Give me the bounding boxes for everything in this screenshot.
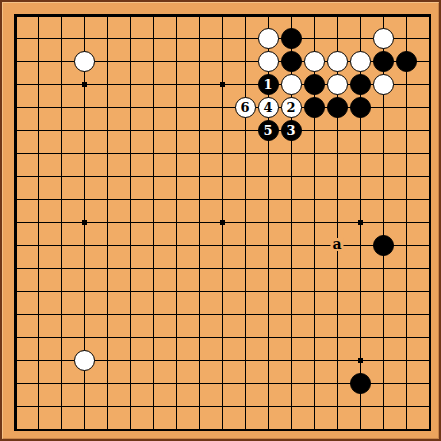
- stones-layer[interactable]: 642153: [4, 4, 441, 441]
- stone-white[interactable]: [258, 51, 279, 72]
- stone-white[interactable]: [373, 74, 394, 95]
- stone-white[interactable]: [327, 51, 348, 72]
- stone-black[interactable]: [281, 28, 302, 49]
- stone-white[interactable]: [327, 74, 348, 95]
- stone-black[interactable]: [350, 74, 371, 95]
- go-board-frame: 642153 a: [0, 0, 441, 441]
- stone-white-move-2[interactable]: 2: [281, 97, 302, 118]
- stone-black-move-1[interactable]: 1: [258, 74, 279, 95]
- stone-black[interactable]: [327, 97, 348, 118]
- stone-white-move-4[interactable]: 4: [258, 97, 279, 118]
- stone-white-move-6[interactable]: 6: [235, 97, 256, 118]
- stone-white[interactable]: [74, 51, 95, 72]
- stone-white[interactable]: [350, 51, 371, 72]
- stone-white[interactable]: [258, 28, 279, 49]
- stone-black[interactable]: [350, 373, 371, 394]
- stone-black[interactable]: [304, 97, 325, 118]
- stone-black[interactable]: [281, 51, 302, 72]
- stone-black-move-3[interactable]: 3: [281, 120, 302, 141]
- stone-white[interactable]: [281, 74, 302, 95]
- stone-white[interactable]: [373, 28, 394, 49]
- stone-white[interactable]: [74, 350, 95, 371]
- stone-white[interactable]: [304, 51, 325, 72]
- point-label-a[interactable]: a: [330, 238, 343, 251]
- stone-black[interactable]: [373, 51, 394, 72]
- stone-black[interactable]: [373, 235, 394, 256]
- stone-black-move-5[interactable]: 5: [258, 120, 279, 141]
- stone-black[interactable]: [304, 74, 325, 95]
- stone-black[interactable]: [396, 51, 417, 72]
- stone-black[interactable]: [350, 97, 371, 118]
